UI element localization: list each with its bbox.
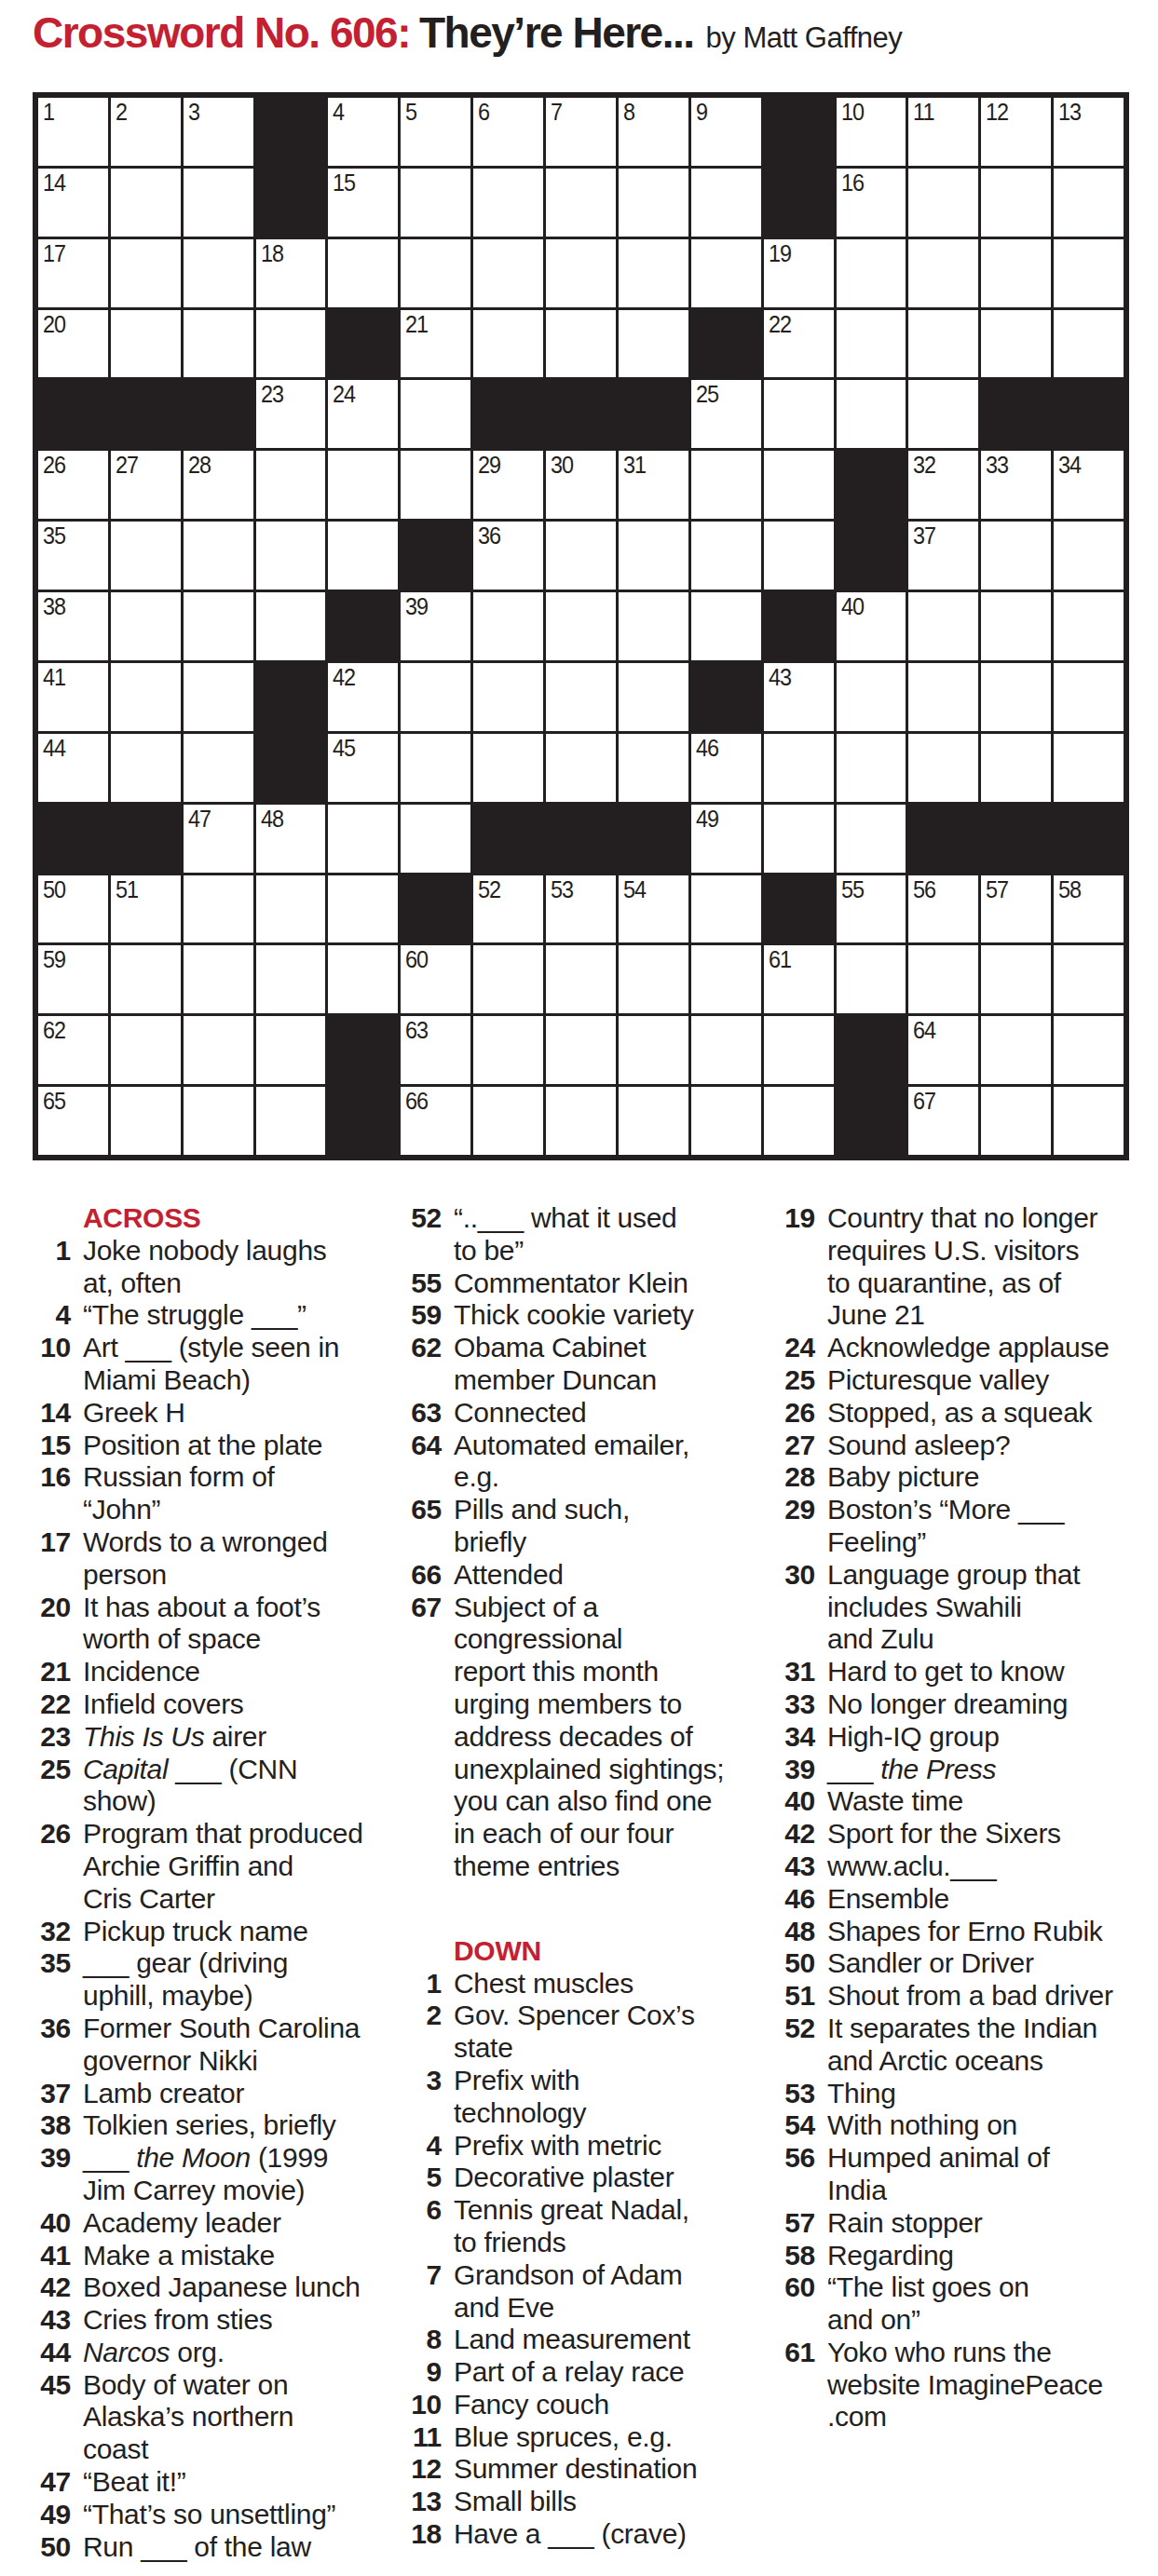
cell-r9c6[interactable] <box>401 663 470 731</box>
cell-r6c11[interactable] <box>764 451 834 519</box>
clue-number: 8 <box>404 2324 442 2356</box>
cell-r2c10[interactable] <box>691 169 761 237</box>
cell-r15c3[interactable] <box>184 1087 253 1155</box>
clue-down-58: 58Regarding <box>778 2240 1152 2272</box>
cell-r6c7[interactable]: 29 <box>473 451 543 519</box>
clue-text: Land measurement <box>454 2324 770 2356</box>
clue-down-19: 19Country that no longer requires U.S. v… <box>778 1202 1152 1332</box>
cell-r15c11[interactable] <box>764 1087 834 1155</box>
cell-r2c14[interactable] <box>981 169 1051 237</box>
cell-r8c15[interactable] <box>1054 592 1124 660</box>
cell-r4c3[interactable] <box>184 310 253 378</box>
cell-r8c10[interactable] <box>691 592 761 660</box>
clue-across-32: 32Pickup truck name <box>34 1916 399 1948</box>
cell-r6c15[interactable]: 34 <box>1054 451 1124 519</box>
cell-r9c15[interactable] <box>1054 663 1124 731</box>
cell-r9c2[interactable] <box>111 663 181 731</box>
cell-number: 45 <box>333 736 355 760</box>
cell-r12c1[interactable]: 50 <box>38 875 108 943</box>
cell-r5c10[interactable]: 25 <box>691 380 761 448</box>
cell-r4c13[interactable] <box>908 310 978 378</box>
cell-r6c14[interactable]: 33 <box>981 451 1051 519</box>
clue-down-3: 3Prefix with technology <box>404 2065 770 2130</box>
cell-r7c8[interactable] <box>546 522 616 590</box>
cell-r9c1[interactable]: 41 <box>38 663 108 731</box>
clue-across-55: 55Commentator Klein <box>404 1268 770 1300</box>
cell-r12c15[interactable]: 58 <box>1054 875 1124 943</box>
clue-number: 42 <box>778 1818 815 1851</box>
cell-r4c9[interactable] <box>619 310 688 378</box>
cell-r1c6[interactable]: 5 <box>401 98 470 166</box>
clue-down-28: 28Baby picture <box>778 1461 1152 1494</box>
cell-r6c6[interactable] <box>401 451 470 519</box>
cell-r2c3[interactable] <box>184 169 253 237</box>
clue-down-27: 27Sound asleep? <box>778 1430 1152 1462</box>
cell-r13c10[interactable] <box>691 945 761 1013</box>
clue-column-1: ACROSS1Joke nobody laughs at, often4“The… <box>34 1202 399 2563</box>
cell-r1c12[interactable]: 10 <box>837 98 906 166</box>
cell-r8c2[interactable] <box>111 592 181 660</box>
cell-r2c15[interactable] <box>1054 169 1124 237</box>
cell-r7c11[interactable] <box>764 522 834 590</box>
cell-r9c9[interactable] <box>619 663 688 731</box>
cell-r4c14[interactable] <box>981 310 1051 378</box>
cell-r13c12[interactable] <box>837 945 906 1013</box>
cell-r10c7[interactable] <box>473 734 543 802</box>
cell-r3c13[interactable] <box>908 239 978 307</box>
clue-text: www.aclu.___ <box>827 1851 1152 1883</box>
cell-r1c9[interactable]: 8 <box>619 98 688 166</box>
cell-number: 2 <box>116 100 127 124</box>
cell-number: 60 <box>405 947 428 971</box>
cell-r1c2[interactable]: 2 <box>111 98 181 166</box>
cell-r1c3[interactable]: 3 <box>184 98 253 166</box>
cell-r3c11[interactable]: 19 <box>764 239 834 307</box>
cell-r15c2[interactable] <box>111 1087 181 1155</box>
clue-text: Have a ___ (crave) <box>454 2518 770 2551</box>
cell-r9c8[interactable] <box>546 663 616 731</box>
clue-down-30: 30Language group that includes Swahili a… <box>778 1559 1152 1656</box>
cell-r12c8[interactable]: 53 <box>546 875 616 943</box>
cell-r7c1[interactable]: 35 <box>38 522 108 590</box>
cell-r2c7[interactable] <box>473 169 543 237</box>
clue-number: 4 <box>404 2130 442 2162</box>
cell-r14c13[interactable]: 64 <box>908 1016 978 1084</box>
cell-r7c5[interactable] <box>328 522 398 590</box>
cell-r10c5[interactable]: 45 <box>328 734 398 802</box>
cell-number: 31 <box>623 453 646 477</box>
cell-r8c1[interactable]: 38 <box>38 592 108 660</box>
clue-across-65: 65Pills and such, briefly <box>404 1494 770 1559</box>
cell-r15c7[interactable] <box>473 1087 543 1155</box>
cell-number: 52 <box>478 877 500 902</box>
cell-r6c12 <box>837 451 906 519</box>
cell-number: 27 <box>116 453 138 477</box>
cell-r13c4[interactable] <box>256 945 326 1013</box>
cell-r3c15[interactable] <box>1054 239 1124 307</box>
clue-column-2: 52“..___ what it used to be”55Commentato… <box>404 1202 770 2551</box>
clue-number: 16 <box>34 1461 71 1494</box>
cell-r4c7[interactable] <box>473 310 543 378</box>
cell-r10c1[interactable]: 44 <box>38 734 108 802</box>
cell-r9c4 <box>256 663 326 731</box>
cell-r13c13[interactable] <box>908 945 978 1013</box>
cell-r15c9[interactable] <box>619 1087 688 1155</box>
cell-r12c3[interactable] <box>184 875 253 943</box>
cell-r15c8[interactable] <box>546 1087 616 1155</box>
cell-r3c4[interactable]: 18 <box>256 239 326 307</box>
clue-text: Chest muscles <box>454 1968 770 2000</box>
cell-r12c5[interactable] <box>328 875 398 943</box>
cell-r3c1[interactable]: 17 <box>38 239 108 307</box>
cell-r7c7[interactable]: 36 <box>473 522 543 590</box>
clue-down-13: 13Small bills <box>404 2486 770 2518</box>
clue-number: 2 <box>404 2000 442 2032</box>
cell-r11c7 <box>473 805 543 873</box>
cell-r12c14[interactable]: 57 <box>981 875 1051 943</box>
cell-r7c13[interactable]: 37 <box>908 522 978 590</box>
clue-text: Words to a wronged person <box>83 1526 399 1592</box>
clue-text: Thing <box>827 2078 1152 2110</box>
cell-r3c5[interactable] <box>328 239 398 307</box>
cell-r4c6[interactable]: 21 <box>401 310 470 378</box>
cell-r7c10[interactable] <box>691 522 761 590</box>
cell-r14c11[interactable] <box>764 1016 834 1084</box>
cell-number: 18 <box>261 241 283 265</box>
cell-r11c11[interactable] <box>764 805 834 873</box>
cell-number: 25 <box>696 382 718 406</box>
clue-number: 3 <box>404 2065 442 2097</box>
cell-r1c10[interactable]: 9 <box>691 98 761 166</box>
cell-r9c3[interactable] <box>184 663 253 731</box>
cell-r8c6[interactable]: 39 <box>401 592 470 660</box>
clue-text: Regarding <box>827 2240 1152 2272</box>
clue-number: 1 <box>404 1968 442 2000</box>
cell-number: 12 <box>986 100 1008 124</box>
clue-down-46: 46Ensemble <box>778 1883 1152 1916</box>
cell-r1c5[interactable]: 4 <box>328 98 398 166</box>
cell-r1c14[interactable]: 12 <box>981 98 1051 166</box>
clue-text: Russian form of “John” <box>83 1461 399 1526</box>
cell-r4c8[interactable] <box>546 310 616 378</box>
cell-r14c2[interactable] <box>111 1016 181 1084</box>
cell-r14c9[interactable] <box>619 1016 688 1084</box>
cell-r3c6[interactable] <box>401 239 470 307</box>
cell-r7c14[interactable] <box>981 522 1051 590</box>
clue-number: 42 <box>34 2271 71 2304</box>
cell-r7c4[interactable] <box>256 522 326 590</box>
clue-down-50: 50Sandler or Driver <box>778 1947 1152 1980</box>
cell-r9c7[interactable] <box>473 663 543 731</box>
cell-r12c13[interactable]: 56 <box>908 875 978 943</box>
clue-text: Decorative plaster <box>454 2162 770 2194</box>
cell-r13c6[interactable]: 60 <box>401 945 470 1013</box>
clue-number: 59 <box>404 1299 442 1332</box>
cell-number: 62 <box>43 1018 65 1042</box>
cell-r4c4[interactable] <box>256 310 326 378</box>
cell-r13c2[interactable] <box>111 945 181 1013</box>
clue-across-37: 37Lamb creator <box>34 2078 399 2110</box>
cell-r1c13[interactable]: 11 <box>908 98 978 166</box>
cell-r13c5[interactable] <box>328 945 398 1013</box>
clue-number: 61 <box>778 2337 815 2369</box>
cell-r10c9[interactable] <box>619 734 688 802</box>
cell-r15c13[interactable]: 67 <box>908 1087 978 1155</box>
cell-r15c6[interactable]: 66 <box>401 1087 470 1155</box>
cell-r6c5[interactable] <box>328 451 398 519</box>
cell-r11c5[interactable] <box>328 805 398 873</box>
clue-down-53: 53Thing <box>778 2078 1152 2110</box>
cell-r14c1[interactable]: 62 <box>38 1016 108 1084</box>
cell-number: 55 <box>841 877 864 902</box>
cell-r12c7[interactable]: 52 <box>473 875 543 943</box>
cell-r5c5[interactable]: 24 <box>328 380 398 448</box>
clue-number: 39 <box>34 2142 71 2175</box>
cell-r14c14[interactable] <box>981 1016 1051 1084</box>
cell-r1c7[interactable]: 6 <box>473 98 543 166</box>
cell-number: 54 <box>623 877 646 902</box>
cell-r10c13[interactable] <box>908 734 978 802</box>
cell-r8c5 <box>328 592 398 660</box>
clue-across-40: 40Academy leader <box>34 2207 399 2240</box>
cell-r7c9[interactable] <box>619 522 688 590</box>
cell-r14c3[interactable] <box>184 1016 253 1084</box>
clue-number: 64 <box>404 1430 442 1462</box>
clue-number: 7 <box>404 2259 442 2292</box>
clue-text: Sound asleep? <box>827 1430 1152 1462</box>
cell-r9c12[interactable] <box>837 663 906 731</box>
cell-r15c10[interactable] <box>691 1087 761 1155</box>
cell-r8c8[interactable] <box>546 592 616 660</box>
cell-r13c15[interactable] <box>1054 945 1124 1013</box>
cell-r9c5[interactable]: 42 <box>328 663 398 731</box>
clue-down-52: 52It separates the Indian and Arctic oce… <box>778 2013 1152 2078</box>
cell-r2c8[interactable] <box>546 169 616 237</box>
cell-r8c13[interactable] <box>908 592 978 660</box>
clue-number: 62 <box>404 1332 442 1364</box>
clue-text: Lamb creator <box>83 2078 399 2110</box>
clue-down-51: 51Shout from a bad driver <box>778 1980 1152 2013</box>
clue-text: Prefix with technology <box>454 2065 770 2130</box>
cell-r9c13[interactable] <box>908 663 978 731</box>
cell-r6c1[interactable]: 26 <box>38 451 108 519</box>
cell-r10c14[interactable] <box>981 734 1051 802</box>
cell-r3c8[interactable] <box>546 239 616 307</box>
cell-r13c1[interactable]: 59 <box>38 945 108 1013</box>
cell-r5c12[interactable] <box>837 380 906 448</box>
cell-r7c2[interactable] <box>111 522 181 590</box>
clue-down-56: 56Humped animal of India <box>778 2142 1152 2207</box>
cell-r3c10[interactable] <box>691 239 761 307</box>
cell-r8c12[interactable]: 40 <box>837 592 906 660</box>
clue-text: Language group that includes Swahili and… <box>827 1559 1152 1656</box>
cell-r10c2[interactable] <box>111 734 181 802</box>
cell-r7c3[interactable] <box>184 522 253 590</box>
clue-across-64: 64Automated emailer, e.g. <box>404 1430 770 1495</box>
cell-r8c7[interactable] <box>473 592 543 660</box>
clue-text: Make a mistake <box>83 2240 399 2272</box>
cell-r6c2[interactable]: 27 <box>111 451 181 519</box>
clue-text: Sport for the Sixers <box>827 1818 1152 1851</box>
cell-r1c1[interactable]: 1 <box>38 98 108 166</box>
cell-r15c4[interactable] <box>256 1087 326 1155</box>
cell-r2c1[interactable]: 14 <box>38 169 108 237</box>
cell-r1c15[interactable]: 13 <box>1054 98 1124 166</box>
cell-number: 59 <box>43 947 65 971</box>
cell-r12c2[interactable]: 51 <box>111 875 181 943</box>
cell-r3c12[interactable] <box>837 239 906 307</box>
cell-r1c8[interactable]: 7 <box>546 98 616 166</box>
cell-r3c7[interactable] <box>473 239 543 307</box>
cell-r6c8[interactable]: 30 <box>546 451 616 519</box>
clue-text: Baby picture <box>827 1461 1152 1494</box>
clue-text: Part of a relay race <box>454 2356 770 2389</box>
cell-r4c15[interactable] <box>1054 310 1124 378</box>
cell-r3c2[interactable] <box>111 239 181 307</box>
cell-r7c15[interactable] <box>1054 522 1124 590</box>
cell-r8c3[interactable] <box>184 592 253 660</box>
cell-r2c12[interactable]: 16 <box>837 169 906 237</box>
cell-r2c13[interactable] <box>908 169 978 237</box>
clue-number: 27 <box>778 1430 815 1462</box>
cell-r10c8[interactable] <box>546 734 616 802</box>
cell-r6c13[interactable]: 32 <box>908 451 978 519</box>
cell-r14c4[interactable] <box>256 1016 326 1084</box>
clue-down-31: 31Hard to get to know <box>778 1656 1152 1688</box>
cell-number: 65 <box>43 1089 65 1113</box>
clue-across-39: 39___ the Moon (1999 Jim Carrey movie) <box>34 2142 399 2207</box>
clue-number: 35 <box>34 1947 71 1980</box>
clue-across-25: 25Capital ___ (CNN show) <box>34 1754 399 1819</box>
cell-r2c5[interactable]: 15 <box>328 169 398 237</box>
cell-r9c11[interactable]: 43 <box>764 663 834 731</box>
cell-number: 15 <box>333 170 355 195</box>
cell-number: 29 <box>478 453 500 477</box>
cell-r2c9[interactable] <box>619 169 688 237</box>
cell-r8c9[interactable] <box>619 592 688 660</box>
clue-text: ___ the Moon (1999 Jim Carrey movie) <box>83 2142 399 2207</box>
cell-r12c12[interactable]: 55 <box>837 875 906 943</box>
cell-r15c1[interactable]: 65 <box>38 1087 108 1155</box>
clue-down-33: 33No longer dreaming <box>778 1688 1152 1721</box>
cell-r3c14[interactable] <box>981 239 1051 307</box>
cell-r9c14[interactable] <box>981 663 1051 731</box>
cell-r13c8[interactable] <box>546 945 616 1013</box>
cell-r13c11[interactable]: 61 <box>764 945 834 1013</box>
cell-r12c10[interactable] <box>691 875 761 943</box>
clue-across-20: 20It has about a foot’s worth of space <box>34 1592 399 1657</box>
cell-r11c12[interactable] <box>837 805 906 873</box>
cell-r12c4[interactable] <box>256 875 326 943</box>
cell-r9c10 <box>691 663 761 731</box>
cell-r10c11[interactable] <box>764 734 834 802</box>
clue-number: 25 <box>778 1364 815 1397</box>
cell-r10c12[interactable] <box>837 734 906 802</box>
cell-r14c15[interactable] <box>1054 1016 1124 1084</box>
cell-r14c8[interactable] <box>546 1016 616 1084</box>
cell-r11c10[interactable]: 49 <box>691 805 761 873</box>
cell-r8c4[interactable] <box>256 592 326 660</box>
cell-r13c14[interactable] <box>981 945 1051 1013</box>
byline: by Matt Gaffney <box>706 21 903 54</box>
cell-r10c3[interactable] <box>184 734 253 802</box>
cell-r14c10[interactable] <box>691 1016 761 1084</box>
cell-r6c4[interactable] <box>256 451 326 519</box>
cell-r10c10[interactable]: 46 <box>691 734 761 802</box>
cell-r11c15 <box>1054 805 1124 873</box>
clue-number: 15 <box>34 1430 71 1462</box>
cell-r5c13[interactable] <box>908 380 978 448</box>
clue-text: Pills and such, briefly <box>454 1494 770 1559</box>
clue-text: ___ the Press <box>827 1754 1152 1786</box>
clue-text: ___ gear (driving uphill, maybe) <box>83 1947 399 2013</box>
clue-across-45: 45Body of water on Alaska’s northern coa… <box>34 2369 399 2466</box>
clue-across-17: 17Words to a wronged person <box>34 1526 399 1592</box>
cell-r5c7 <box>473 380 543 448</box>
cell-number: 8 <box>623 100 634 124</box>
clue-text: Capital ___ (CNN show) <box>83 1754 399 1819</box>
cell-r3c3[interactable] <box>184 239 253 307</box>
cell-r11c6[interactable] <box>401 805 470 873</box>
cell-r5c6[interactable] <box>401 380 470 448</box>
cell-r11c13 <box>908 805 978 873</box>
cell-r6c10[interactable] <box>691 451 761 519</box>
cell-r2c6[interactable] <box>401 169 470 237</box>
cell-r10c15[interactable] <box>1054 734 1124 802</box>
cell-r5c4[interactable]: 23 <box>256 380 326 448</box>
cell-r5c11[interactable] <box>764 380 834 448</box>
cell-r13c3[interactable] <box>184 945 253 1013</box>
cell-r2c2[interactable] <box>111 169 181 237</box>
cell-r4c2[interactable] <box>111 310 181 378</box>
cell-r11c3[interactable]: 47 <box>184 805 253 873</box>
clue-text: Art ___ (style seen in Miami Beach) <box>83 1332 399 1397</box>
clue-number: 51 <box>778 1980 815 2013</box>
cell-r3c9[interactable] <box>619 239 688 307</box>
cell-r14c6[interactable]: 63 <box>401 1016 470 1084</box>
cell-number: 66 <box>405 1089 428 1113</box>
clue-number: 26 <box>778 1397 815 1430</box>
cell-r4c1[interactable]: 20 <box>38 310 108 378</box>
cell-r10c6[interactable] <box>401 734 470 802</box>
cell-r1c11 <box>764 98 834 166</box>
cell-r8c11 <box>764 592 834 660</box>
clue-across-35: 35___ gear (driving uphill, maybe) <box>34 1947 399 2013</box>
cell-r6c3[interactable]: 28 <box>184 451 253 519</box>
cell-r15c15[interactable] <box>1054 1087 1124 1155</box>
cell-r11c4[interactable]: 48 <box>256 805 326 873</box>
cell-r12c9[interactable]: 54 <box>619 875 688 943</box>
cell-r4c11[interactable]: 22 <box>764 310 834 378</box>
cell-r15c14[interactable] <box>981 1087 1051 1155</box>
cell-r8c14[interactable] <box>981 592 1051 660</box>
cell-r13c9[interactable] <box>619 945 688 1013</box>
clue-text: “..___ what it used to be” <box>454 1202 770 1268</box>
cell-number: 50 <box>43 877 65 902</box>
cell-r13c7[interactable] <box>473 945 543 1013</box>
clue-across-22: 22Infield covers <box>34 1688 399 1721</box>
clue-number: 58 <box>778 2240 815 2272</box>
cell-r14c7[interactable] <box>473 1016 543 1084</box>
cell-r6c9[interactable]: 31 <box>619 451 688 519</box>
cell-r4c12[interactable] <box>837 310 906 378</box>
cell-number: 13 <box>1058 100 1081 124</box>
cell-r5c2 <box>111 380 181 448</box>
clue-number: 22 <box>34 1688 71 1721</box>
clue-number: 63 <box>404 1397 442 1430</box>
clue-number: 20 <box>34 1592 71 1624</box>
clue-text: Hard to get to know <box>827 1656 1152 1688</box>
